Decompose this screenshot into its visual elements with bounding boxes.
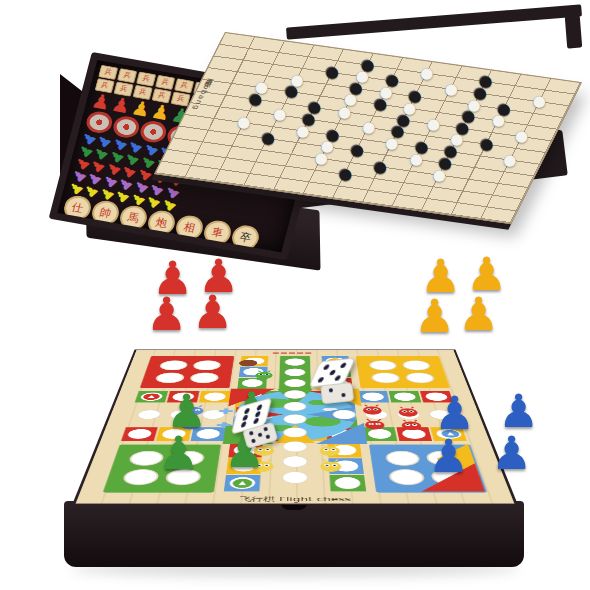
arm-circle [284,415,306,424]
go-stone-white: ● [427,117,440,132]
xiangqi-disc: 卒 [229,223,261,251]
go-stone-white: ● [492,113,505,128]
go-stone-black: ● [480,137,493,152]
arm-circle [284,390,305,398]
standing-pawn: ♟ [90,91,112,111]
xiangqi-disc: 仕 [61,194,93,222]
arm-circle [137,410,162,419]
arm-circle [283,456,308,467]
alien-blue-icon [184,405,205,415]
go-stone-black: ● [374,97,387,112]
product-photo: 兵兵兵兵兵兵兵兵兵兵兵兵 兵兵兵兵兵兵兵兵兵兵兵兵 ♟♟♟♟♟♟ ♟♟♟♟♟♟♟… [0,0,590,590]
go-stone-white: ● [433,167,446,182]
xiangqi-disc: 帥 [89,199,121,227]
go-stone-white: ● [533,94,546,109]
home-base [356,356,450,388]
red-rim-disc [111,114,141,139]
go-stone-black: ● [350,143,363,158]
red-rim-disc [138,119,168,144]
go-stone-white: ● [516,129,529,144]
home-base [103,445,221,493]
board-top-marking [273,353,311,354]
go-stone-white: ● [273,107,286,122]
box-back-rim-corner [565,15,582,48]
arm-circle [283,428,306,438]
go-stone-black: ● [261,131,274,146]
arm-circle [283,441,307,451]
arm-circle [284,402,306,411]
go-stone-white: ● [297,123,310,138]
go-stone-white: ● [315,151,328,166]
arm-circle [282,472,307,484]
go-stone-white: ● [238,115,251,130]
xiangqi-disc: 馬 [117,204,149,232]
go-stone-white: ● [421,66,434,81]
arm-circle [285,369,305,376]
start-marker [231,478,253,488]
go-stone-black: ● [374,159,387,174]
standing-pawn: ♟ [130,98,152,118]
start-marker [327,358,344,364]
flight-chess-board-wrap: 飞行棋 Flight chess [72,285,518,505]
arm-circle [285,379,306,387]
xiangqi-disc: 車 [201,218,233,246]
go-stone-black: ● [249,92,262,107]
red-rim-disc [84,110,114,135]
arm-circle [285,359,305,366]
arm-circle [429,410,454,419]
go-stone-white: ● [362,120,375,135]
home-base [140,356,234,388]
go-stone-white: ● [504,152,517,167]
flight-chess-board: 飞行棋 Flight chess [72,349,518,505]
go-stone-black: ● [339,167,352,182]
monster-red-icon [362,405,382,415]
xiangqi-disc: 相 [173,213,205,241]
standing-pawn: ♟ [150,102,172,122]
box-back-rim [286,4,582,39]
flight-chess-box: 飞行棋 Flight chess ♟♟♟♟♟♟♟♟♟♟♟♟♟♟♟♟ [0,255,590,590]
standing-pawn: ♟ [110,95,132,115]
go-stone-white: ● [386,136,399,151]
go-stone-white: ● [444,81,457,96]
go-stone-white: ● [409,152,422,167]
go-stone-black: ● [285,84,298,99]
go-stone-black: ● [326,65,339,80]
combo-box-with-go-lid: 兵兵兵兵兵兵兵兵兵兵兵兵 兵兵兵兵兵兵兵兵兵兵兵兵 ♟♟♟♟♟♟ ♟♟♟♟♟♟♟… [0,0,590,262]
go-stone-white: ● [338,104,351,119]
board-bottom-label: 飞行棋 Flight chess [239,496,352,503]
box-front [64,501,524,567]
xiangqi-disc: 炮 [145,209,177,237]
